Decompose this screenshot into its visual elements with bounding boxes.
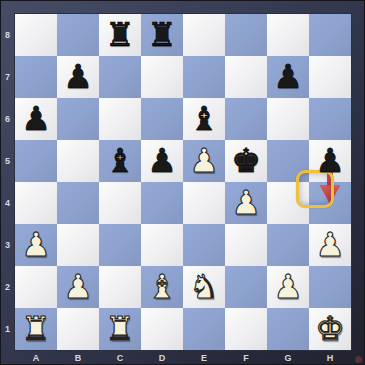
square-b7[interactable]: ♟ <box>57 56 99 98</box>
square-a4[interactable] <box>15 182 57 224</box>
square-c3[interactable] <box>99 224 141 266</box>
piece-white-rook-c1[interactable]: ♜ <box>99 308 141 350</box>
square-c5[interactable]: ♝ <box>99 140 141 182</box>
square-g1[interactable] <box>267 308 309 350</box>
rank-label-5: 5 <box>0 140 15 182</box>
square-f5[interactable]: ♚ <box>225 140 267 182</box>
file-label-A: A <box>15 350 57 365</box>
file-label-F: F <box>225 350 267 365</box>
piece-black-pawn-a6[interactable]: ♟ <box>15 98 57 140</box>
piece-black-pawn-b7[interactable]: ♟ <box>57 56 99 98</box>
square-d5[interactable]: ♟ <box>141 140 183 182</box>
piece-black-pawn-g7[interactable]: ♟ <box>267 56 309 98</box>
square-c4[interactable] <box>99 182 141 224</box>
piece-white-rook-a1[interactable]: ♜ <box>15 308 57 350</box>
piece-white-pawn-e5[interactable]: ♟ <box>183 140 225 182</box>
square-d8[interactable]: ♜ <box>141 14 183 56</box>
square-e5[interactable]: ♟ <box>183 140 225 182</box>
square-e6[interactable]: ♝ <box>183 98 225 140</box>
rank-label-8: 8 <box>0 14 15 56</box>
piece-black-pawn-h5[interactable]: ♟ <box>309 140 351 182</box>
square-g7[interactable]: ♟ <box>267 56 309 98</box>
square-d7[interactable] <box>141 56 183 98</box>
rank-label-1: 1 <box>0 308 15 350</box>
piece-white-pawn-a3[interactable]: ♟ <box>15 224 57 266</box>
square-e8[interactable] <box>183 14 225 56</box>
square-h2[interactable] <box>309 266 351 308</box>
square-d6[interactable] <box>141 98 183 140</box>
square-e2[interactable]: ♞ <box>183 266 225 308</box>
square-e4[interactable] <box>183 182 225 224</box>
piece-white-pawn-h3[interactable]: ♟ <box>309 224 351 266</box>
square-e7[interactable] <box>183 56 225 98</box>
piece-black-pawn-d5[interactable]: ♟ <box>141 140 183 182</box>
rank-label-2: 2 <box>0 266 15 308</box>
piece-white-king-h1[interactable]: ♚ <box>309 308 351 350</box>
file-label-C: C <box>99 350 141 365</box>
square-e3[interactable] <box>183 224 225 266</box>
square-c1[interactable]: ♜ <box>99 308 141 350</box>
square-a5[interactable] <box>15 140 57 182</box>
chess-board-frame: 87654321 ABCDEFGH ♜♜♟♟♟♝♝♟♟♚♟♟♟♟♟♝♞♟♜♜♚ <box>0 0 365 365</box>
square-h8[interactable] <box>309 14 351 56</box>
square-b4[interactable] <box>57 182 99 224</box>
watermark-dot <box>355 356 362 363</box>
square-f1[interactable] <box>225 308 267 350</box>
rank-label-7: 7 <box>0 56 15 98</box>
square-c6[interactable] <box>99 98 141 140</box>
square-b6[interactable] <box>57 98 99 140</box>
square-d2[interactable]: ♝ <box>141 266 183 308</box>
square-g2[interactable]: ♟ <box>267 266 309 308</box>
square-d4[interactable] <box>141 182 183 224</box>
square-h7[interactable] <box>309 56 351 98</box>
square-f2[interactable] <box>225 266 267 308</box>
square-d3[interactable] <box>141 224 183 266</box>
square-f3[interactable] <box>225 224 267 266</box>
square-e1[interactable] <box>183 308 225 350</box>
square-h1[interactable]: ♚ <box>309 308 351 350</box>
piece-white-bishop-d2[interactable]: ♝ <box>141 266 183 308</box>
piece-black-rook-c8[interactable]: ♜ <box>99 14 141 56</box>
square-a7[interactable] <box>15 56 57 98</box>
file-label-H: H <box>309 350 351 365</box>
rank-label-6: 6 <box>0 98 15 140</box>
square-c7[interactable] <box>99 56 141 98</box>
file-label-G: G <box>267 350 309 365</box>
piece-black-rook-d8[interactable]: ♜ <box>141 14 183 56</box>
square-f7[interactable] <box>225 56 267 98</box>
file-label-B: B <box>57 350 99 365</box>
piece-black-bishop-c5[interactable]: ♝ <box>99 140 141 182</box>
square-f8[interactable] <box>225 14 267 56</box>
square-c2[interactable] <box>99 266 141 308</box>
rank-label-3: 3 <box>0 224 15 266</box>
file-label-D: D <box>141 350 183 365</box>
square-h5[interactable]: ♟ <box>309 140 351 182</box>
piece-white-pawn-f4[interactable]: ♟ <box>225 182 267 224</box>
square-g6[interactable] <box>267 98 309 140</box>
square-g8[interactable] <box>267 14 309 56</box>
piece-white-pawn-b2[interactable]: ♟ <box>57 266 99 308</box>
square-c8[interactable]: ♜ <box>99 14 141 56</box>
piece-white-pawn-g2[interactable]: ♟ <box>267 266 309 308</box>
square-g3[interactable] <box>267 224 309 266</box>
square-a8[interactable] <box>15 14 57 56</box>
square-b3[interactable] <box>57 224 99 266</box>
square-a1[interactable]: ♜ <box>15 308 57 350</box>
square-b5[interactable] <box>57 140 99 182</box>
square-b8[interactable] <box>57 14 99 56</box>
square-f4[interactable]: ♟ <box>225 182 267 224</box>
square-b2[interactable]: ♟ <box>57 266 99 308</box>
square-h6[interactable] <box>309 98 351 140</box>
square-b1[interactable] <box>57 308 99 350</box>
square-d1[interactable] <box>141 308 183 350</box>
piece-black-bishop-e6[interactable]: ♝ <box>183 98 225 140</box>
square-a3[interactable]: ♟ <box>15 224 57 266</box>
square-a2[interactable] <box>15 266 57 308</box>
rank-label-4: 4 <box>0 182 15 224</box>
square-a6[interactable]: ♟ <box>15 98 57 140</box>
file-label-E: E <box>183 350 225 365</box>
piece-black-king-f5[interactable]: ♚ <box>225 140 267 182</box>
square-f6[interactable] <box>225 98 267 140</box>
piece-white-knight-e2[interactable]: ♞ <box>183 266 225 308</box>
square-h3[interactable]: ♟ <box>309 224 351 266</box>
